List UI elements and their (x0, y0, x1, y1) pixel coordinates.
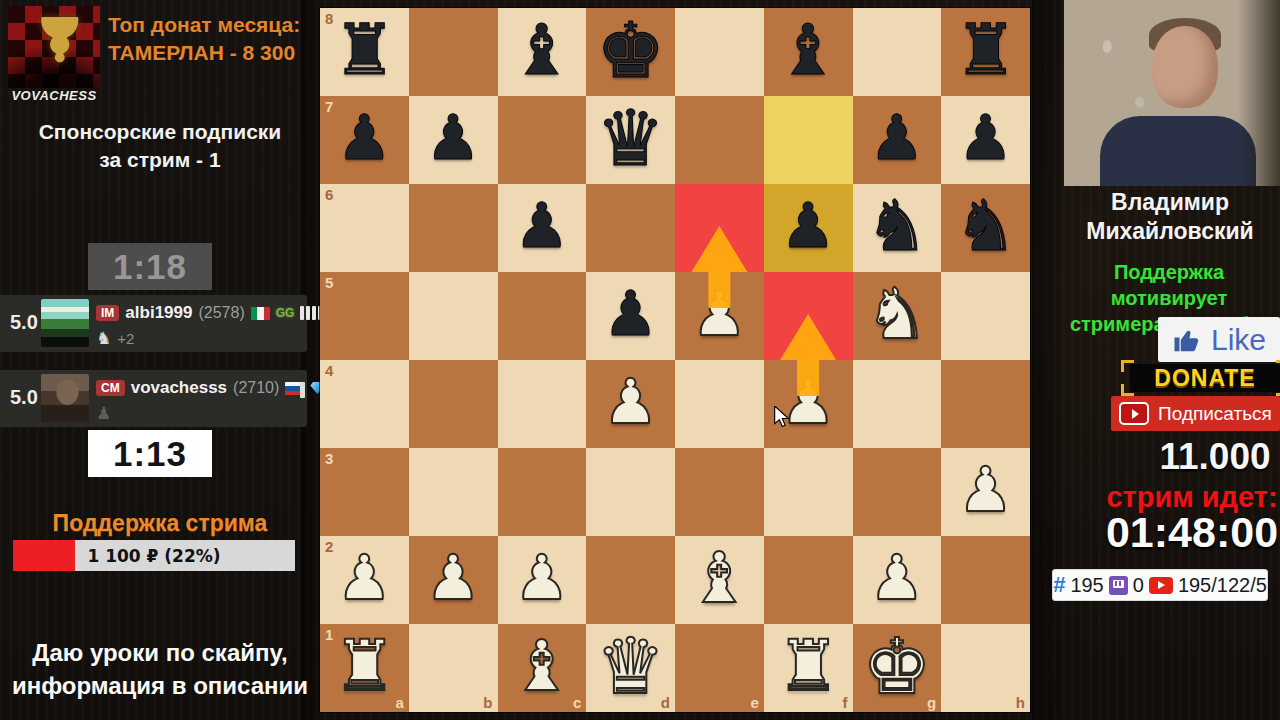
square-a1[interactable]: 1a♜ (320, 624, 409, 712)
streamer-name: Владимир Михайловский (1060, 188, 1280, 246)
square-e3[interactable] (675, 448, 764, 536)
white-pawn-a2[interactable]: ♟ (337, 547, 393, 609)
square-c4[interactable] (498, 360, 587, 448)
square-f3[interactable] (764, 448, 853, 536)
streamer-first-name: Владимир (1060, 188, 1280, 217)
square-c7[interactable] (498, 96, 587, 184)
square-d2[interactable] (586, 536, 675, 624)
channel-name: VOVACHESS (4, 88, 104, 103)
file-label: c (573, 694, 581, 711)
sponsor-line2: за стрим - 1 (0, 146, 320, 174)
white-pawn-d4[interactable]: ♟ (603, 371, 659, 433)
webcam (1064, 0, 1280, 186)
white-bishop-c1[interactable]: ♝ (510, 631, 573, 701)
top-donor-text: Топ донат месяца: ТАМЕРЛАН - 8 300 (108, 11, 320, 67)
twitch-count: 0 (1133, 574, 1144, 597)
youtube-count: 195/122/5 (1178, 574, 1267, 597)
black-clock: 1:18 (88, 243, 212, 290)
sponsor-line1: Спонсорские подписки (0, 118, 320, 146)
white-pawn-b2[interactable]: ♟ (425, 547, 481, 609)
hash-icon: # (1053, 572, 1065, 598)
square-a7[interactable]: 7♟ (320, 96, 409, 184)
thanks-line1: Поддержка мотивирует (1058, 259, 1280, 311)
top-donor-line2: ТАМЕРЛАН - 8 300 (108, 39, 320, 67)
square-c1[interactable]: c♝ (498, 624, 587, 712)
square-h2[interactable] (941, 536, 1030, 624)
black-knight-g6[interactable]: ♞ (865, 191, 928, 261)
youtube-play-icon (1119, 402, 1149, 425)
square-e6[interactable] (675, 184, 764, 272)
streamer-last-name: Михайловский (1060, 217, 1280, 246)
gg-icon: GG (276, 306, 295, 320)
square-c8[interactable]: ♝ (498, 8, 587, 96)
square-h6[interactable]: ♞ (941, 184, 1030, 272)
support-title: Поддержка стрима (0, 510, 320, 537)
square-e7[interactable] (675, 96, 764, 184)
white-bishop-e2[interactable]: ♝ (688, 543, 751, 613)
viewer-stats-bar: # 195 0 195/122/5 (1052, 569, 1268, 601)
black-bishop-f8[interactable]: ♝ (777, 15, 840, 85)
white-knight-g5[interactable]: ♞ (865, 279, 928, 349)
square-e2[interactable]: ♝ (675, 536, 764, 624)
black-king-d8[interactable]: ♚ (596, 12, 665, 89)
thumbs-up-icon (1172, 325, 1202, 355)
sponsor-subs-text: Спонсорские подписки за стрим - 1 (0, 118, 320, 174)
donate-label: DONATE (1154, 365, 1255, 392)
square-f5[interactable] (764, 272, 853, 360)
rank-label: 2 (325, 538, 333, 555)
square-f6[interactable]: ♟ (764, 184, 853, 272)
square-f2[interactable] (764, 536, 853, 624)
square-e8[interactable] (675, 8, 764, 96)
progress-label: 1 100 ₽ (22%) (13, 540, 295, 571)
black-rook-h8[interactable]: ♜ (954, 15, 1017, 85)
square-e1[interactable]: e (675, 624, 764, 712)
square-b3[interactable] (409, 448, 498, 536)
square-c6[interactable]: ♟ (498, 184, 587, 272)
black-rook-a8[interactable]: ♜ (333, 15, 396, 85)
square-g2[interactable]: ♟ (853, 536, 942, 624)
square-c3[interactable] (498, 448, 587, 536)
player-card-black: 5.0 IM albi1999 (2578) GG ♞ +2 (0, 295, 307, 352)
black-pawn-a7[interactable]: ♟ (337, 107, 393, 169)
bracket-decoration (1121, 360, 1134, 372)
square-d4[interactable]: ♟ (586, 360, 675, 448)
square-e4[interactable] (675, 360, 764, 448)
black-score: 5.0 (10, 311, 38, 334)
im-title-badge: IM (96, 305, 119, 321)
square-f8[interactable]: ♝ (764, 8, 853, 96)
square-c5[interactable] (498, 272, 587, 360)
square-g4[interactable] (853, 360, 942, 448)
square-a6[interactable]: 6 (320, 184, 409, 272)
rank-label: 4 (325, 362, 333, 379)
twitch-icon (1109, 576, 1128, 595)
square-g5[interactable]: ♞ (853, 272, 942, 360)
cm-title-badge: CM (96, 380, 125, 396)
square-a4[interactable]: 4 (320, 360, 409, 448)
chess-board[interactable]: 8♜♝♚♝♜7♟♟♛♟♟6♟♟♞♞5♟♟♞4♟♟3♟2♟♟♟♝♟1a♜bc♝d♛… (320, 8, 1030, 712)
youtube-icon (1149, 577, 1173, 594)
square-b1[interactable]: b (409, 624, 498, 712)
square-a5[interactable]: 5 (320, 272, 409, 360)
file-label: e (750, 694, 758, 711)
square-b6[interactable] (409, 184, 498, 272)
bracket-decoration (1276, 360, 1280, 372)
top-donor-line1: Топ донат месяца: (108, 11, 320, 39)
black-knight-h6[interactable]: ♞ (954, 191, 1017, 261)
square-d1[interactable]: d♛ (586, 624, 675, 712)
white-queen-d1[interactable]: ♛ (596, 628, 665, 705)
rank-label: 7 (325, 98, 333, 115)
square-d5[interactable]: ♟ (586, 272, 675, 360)
bracket-decoration (1121, 384, 1134, 396)
square-a3[interactable]: 3 (320, 448, 409, 536)
stream-uptime: 01:48:00 (1080, 508, 1280, 557)
subscribe-button[interactable]: Подписаться (1111, 396, 1280, 431)
square-g8[interactable] (853, 8, 942, 96)
square-f1[interactable]: f♜ (764, 624, 853, 712)
bracket-decoration (1276, 384, 1280, 396)
square-d8[interactable]: ♚ (586, 8, 675, 96)
channel-logo: ♟ (8, 6, 100, 88)
square-h1[interactable]: h (941, 624, 1030, 712)
square-h7[interactable]: ♟ (941, 96, 1030, 184)
rank-label: 6 (325, 186, 333, 203)
square-d3[interactable] (586, 448, 675, 536)
white-pawn-g2[interactable]: ♟ (869, 547, 925, 609)
lessons-line2: информация в описании (0, 669, 320, 702)
white-rook-f1[interactable]: ♜ (777, 631, 840, 701)
black-pawn-h7[interactable]: ♟ (958, 107, 1014, 169)
wood-seam (301, 0, 319, 720)
square-f7[interactable] (764, 96, 853, 184)
hash-count: 195 (1070, 574, 1103, 597)
square-d6[interactable] (586, 184, 675, 272)
square-b7[interactable]: ♟ (409, 96, 498, 184)
square-g3[interactable] (853, 448, 942, 536)
subscribe-label: Подписаться (1158, 403, 1272, 425)
white-clock: 1:13 (88, 430, 212, 477)
black-pawn-c6[interactable]: ♟ (514, 195, 570, 257)
square-b2[interactable]: ♟ (409, 536, 498, 624)
black-pawn-g7[interactable]: ♟ (869, 107, 925, 169)
square-h5[interactable] (941, 272, 1030, 360)
white-rook-a1[interactable]: ♜ (333, 631, 396, 701)
donation-progress-bar: 1 100 ₽ (22%) (13, 540, 295, 571)
square-f4[interactable]: ♟ (764, 360, 853, 448)
signal-bar-partial (300, 382, 305, 398)
square-a2[interactable]: 2♟ (320, 536, 409, 624)
subscriber-count: 11.000 (1135, 436, 1280, 478)
square-e5[interactable]: ♟ (675, 272, 764, 360)
square-b5[interactable] (409, 272, 498, 360)
white-pawn-f4[interactable]: ♟ (780, 371, 836, 433)
streamer-face (1152, 26, 1218, 108)
white-avatar (41, 374, 89, 422)
like-button[interactable]: Like (1158, 317, 1280, 362)
square-a8[interactable]: 8♜ (320, 8, 409, 96)
captured-black-pawn-icon: ♟ (96, 405, 111, 422)
file-label: f (843, 694, 848, 711)
white-pawn-h3[interactable]: ♟ (958, 459, 1014, 521)
white-king-g1[interactable]: ♚ (862, 628, 931, 705)
square-d7[interactable]: ♛ (586, 96, 675, 184)
file-label: b (483, 694, 492, 711)
square-b8[interactable] (409, 8, 498, 96)
square-c2[interactable]: ♟ (498, 536, 587, 624)
black-pawn-d5[interactable]: ♟ (603, 283, 659, 345)
white-score: 5.0 (10, 386, 38, 409)
material-advantage: +2 (117, 330, 134, 347)
black-pawn-b7[interactable]: ♟ (425, 107, 481, 169)
file-label: a (395, 694, 403, 711)
square-b4[interactable] (409, 360, 498, 448)
square-h8[interactable]: ♜ (941, 8, 1030, 96)
black-bishop-c8[interactable]: ♝ (510, 15, 573, 85)
black-pawn-f6[interactable]: ♟ (780, 195, 836, 257)
donate-button[interactable]: DONATE (1130, 364, 1280, 392)
square-h3[interactable]: ♟ (941, 448, 1030, 536)
white-pawn-c2[interactable]: ♟ (514, 547, 570, 609)
black-avatar (41, 299, 89, 347)
rank-label: 3 (325, 450, 333, 467)
stream-overlay: ♟ VOVACHESS Топ донат месяца: ТАМЕРЛАН -… (0, 0, 1280, 720)
lessons-text: Даю уроки по скайпу, информация в описан… (0, 636, 320, 702)
white-player-name[interactable]: vovachesss (131, 378, 227, 398)
rank-label: 5 (325, 274, 333, 291)
square-g7[interactable]: ♟ (853, 96, 942, 184)
white-pawn-e5[interactable]: ♟ (692, 283, 748, 345)
like-label: Like (1211, 323, 1266, 357)
captured-white-knight-icon: ♞ (96, 330, 111, 347)
player-card-white: 5.0 CM vovachesss (2710) ♟ (0, 370, 307, 427)
wood-seam (1032, 0, 1062, 720)
lessons-line1: Даю уроки по скайпу, (0, 636, 320, 669)
square-h4[interactable] (941, 360, 1030, 448)
gold-pawn-icon: ♟ (32, 6, 88, 75)
black-queen-d7[interactable]: ♛ (596, 100, 665, 177)
italy-flag-icon (251, 307, 270, 320)
square-g6[interactable]: ♞ (853, 184, 942, 272)
file-label: h (1016, 694, 1025, 711)
black-player-rating: (2578) (198, 304, 244, 322)
white-player-rating: (2710) (233, 379, 279, 397)
square-g1[interactable]: g♚ (853, 624, 942, 712)
streamer-body (1100, 116, 1256, 186)
black-player-name[interactable]: albi1999 (125, 303, 192, 323)
webcam-shadow (1238, 0, 1280, 186)
